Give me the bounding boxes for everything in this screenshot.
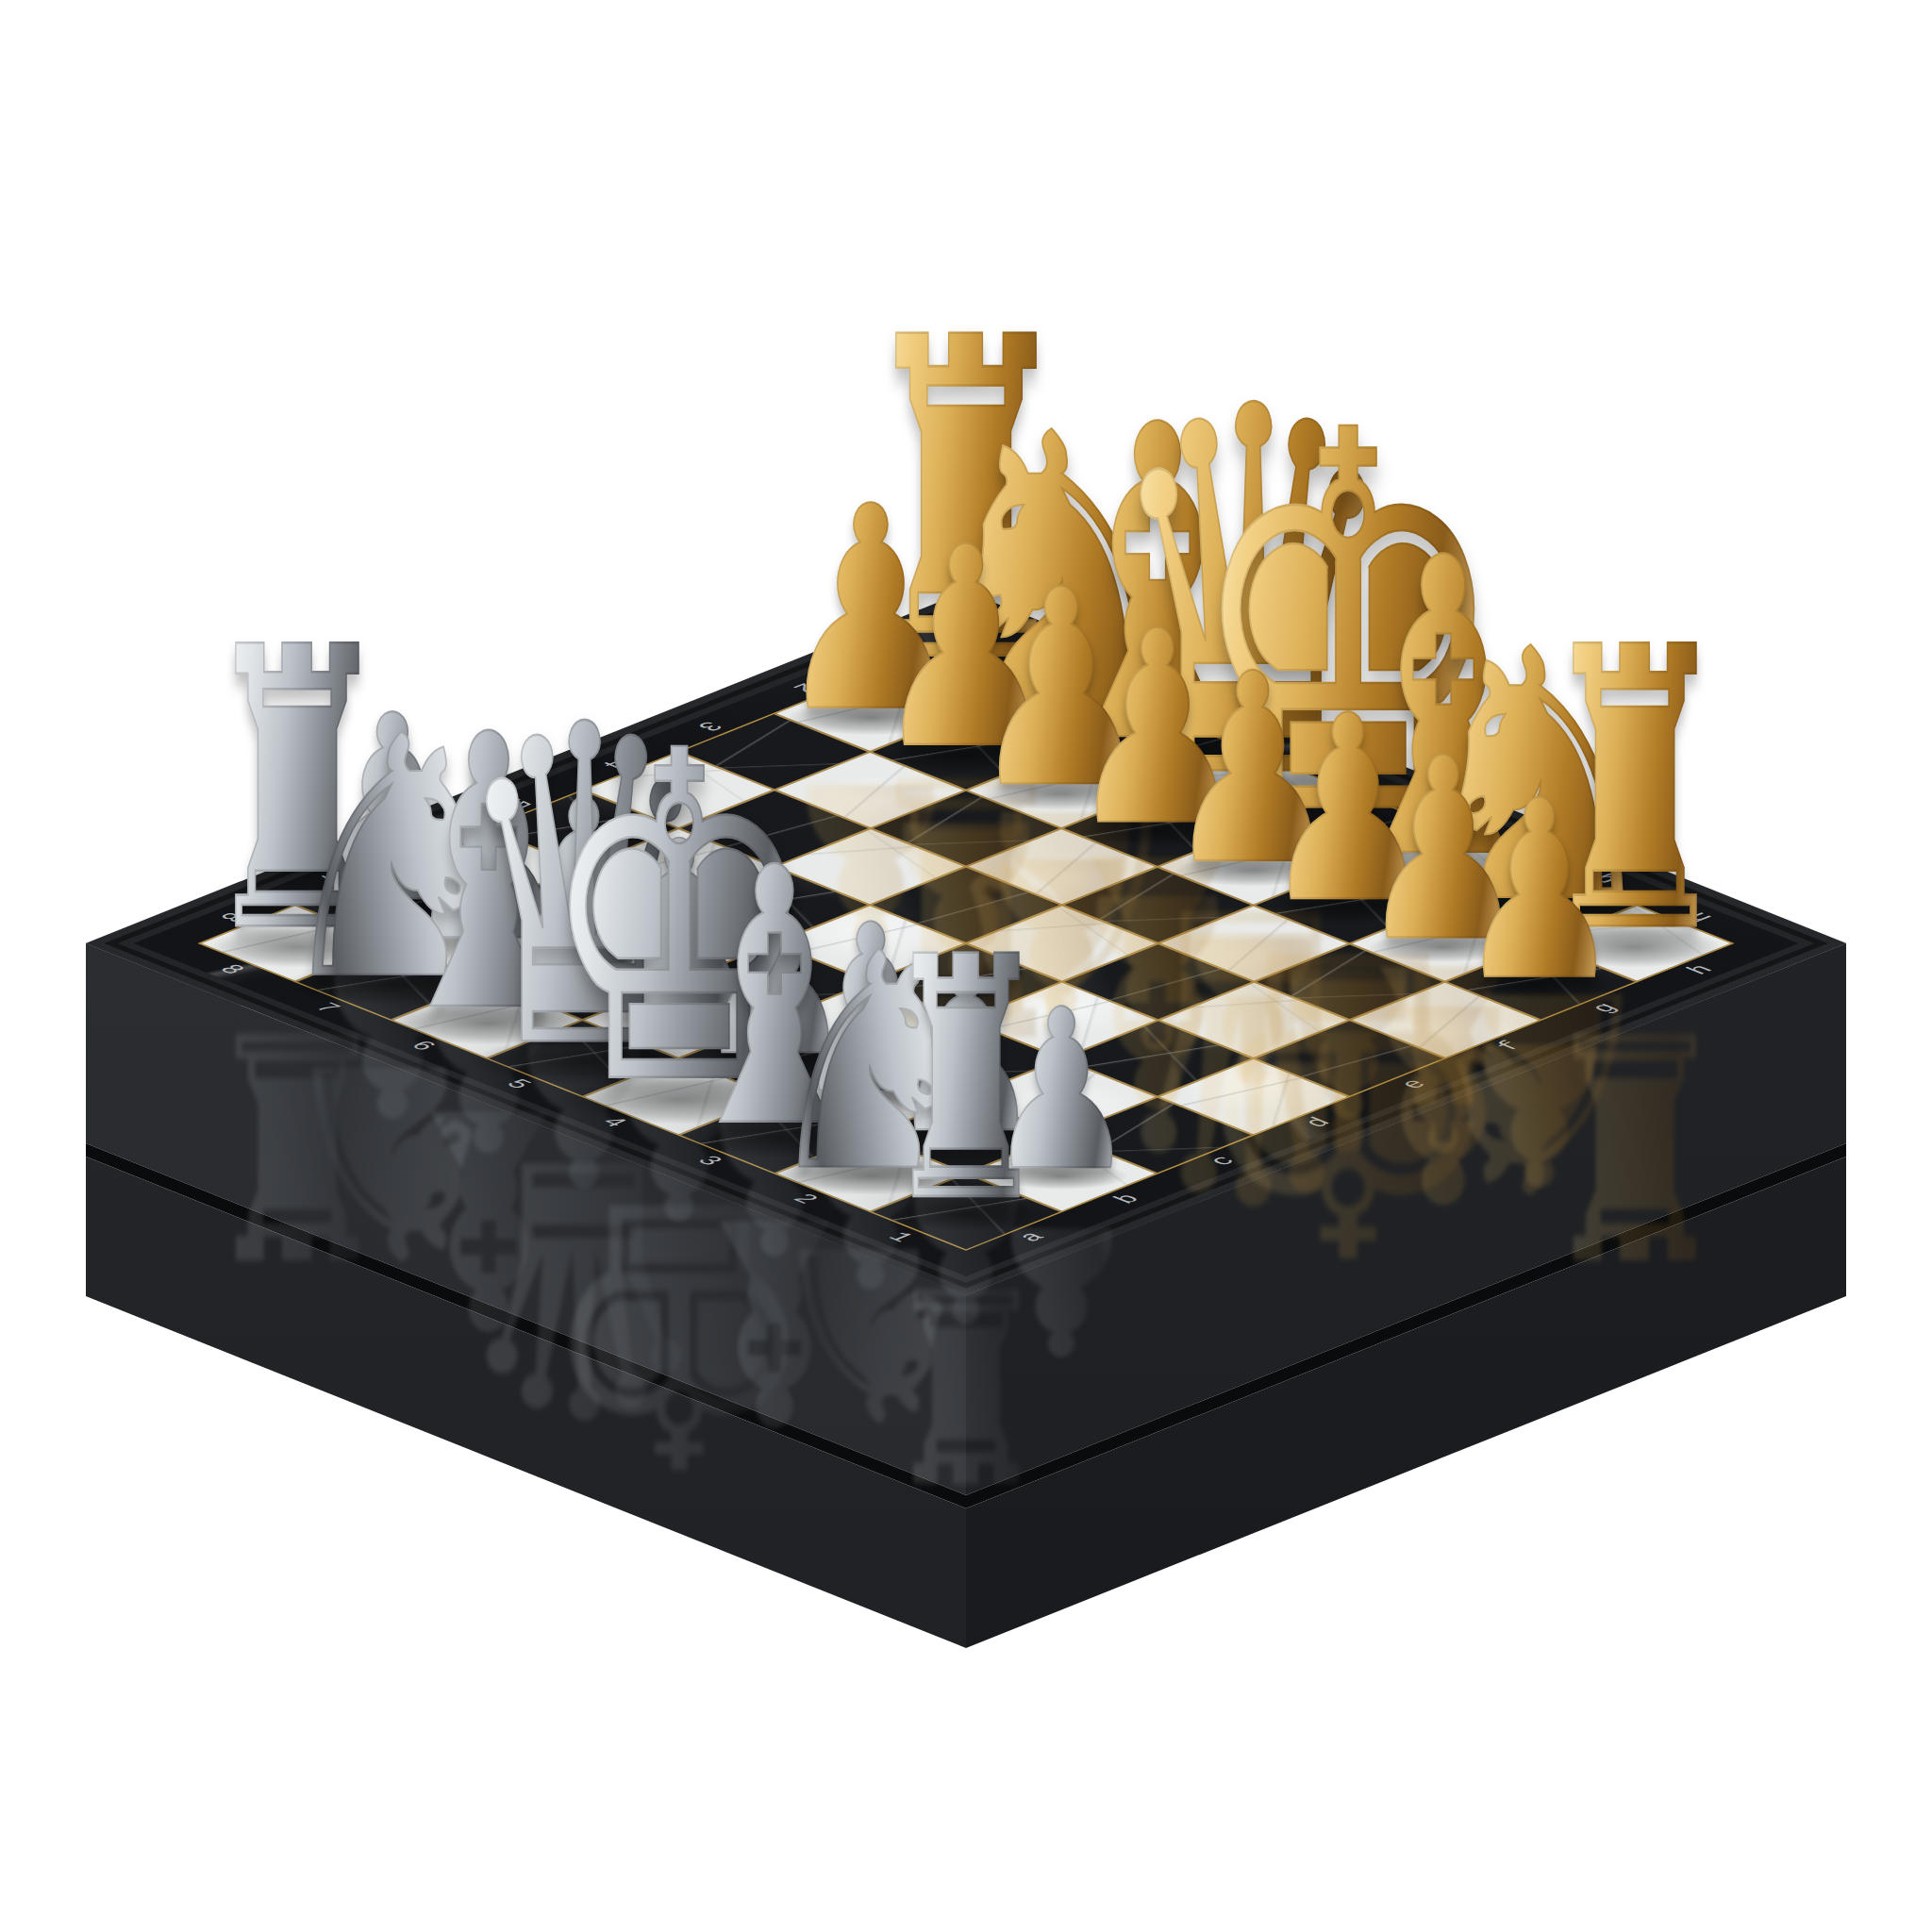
gold-pawn-glyph: ♟ [1456,768,1623,1013]
product-photo-stage: a1a1b2b2c3c3d4d4e5e5f6f6g7g7h8h8 ♜♜♞♞♝♝♚… [0,0,1932,1932]
piece-reflection: ♟ [1456,1013,1623,1209]
silver-rook-glyph: ♜ [882,914,1050,1247]
piece-reflection: ♜ [882,1247,1050,1514]
chess-pieces-layer: ♜♜♞♞♝♝♚♚♛♛♝♝♞♞♜♜♟♟♟♟♟♟♟♟♟♟♟♟♟♟♟♟♜♜♞♞♝♝♚♚… [0,0,1932,1932]
